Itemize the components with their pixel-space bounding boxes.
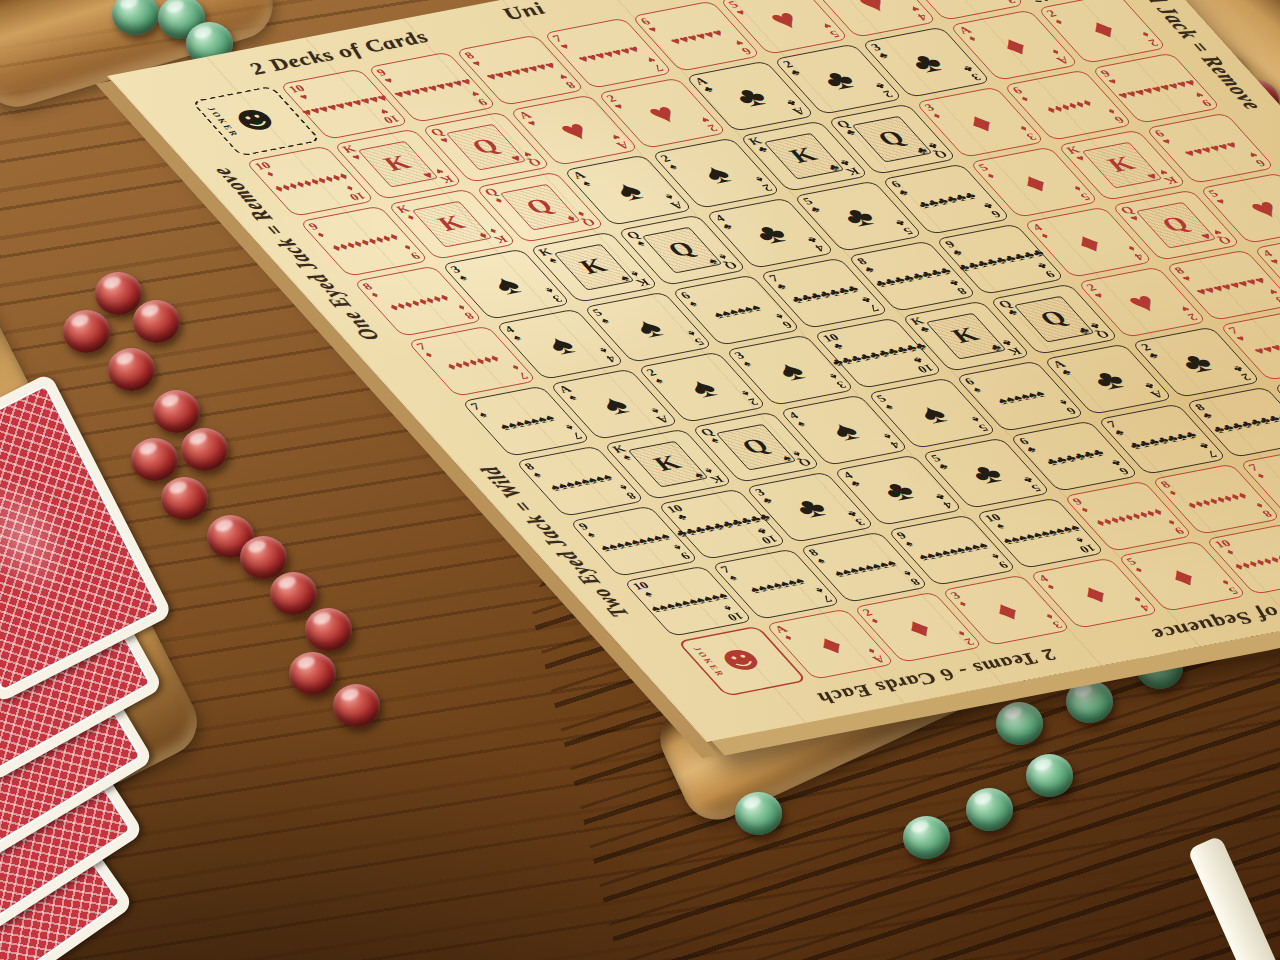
heart-pip: ♥: [523, 110, 626, 152]
red-chip[interactable]: [161, 477, 208, 520]
green-chip[interactable]: [735, 792, 782, 835]
green-chip[interactable]: [903, 816, 950, 859]
card-grid: JOKER ☻ 10♥♥♥♥♥♥♥♥♥♥♥10♥ 9♥♥♥♥♥♥♥♥♥♥9♥ 8…: [185, 0, 1280, 700]
club-pip: ♣: [759, 487, 862, 529]
jester-icon: ☻: [692, 640, 792, 680]
red-chip[interactable]: [333, 684, 380, 727]
green-chip[interactable]: [1066, 680, 1113, 723]
club-pip: ♣: [699, 76, 802, 118]
spade-pip: ♠: [455, 264, 558, 306]
diamond-pip: ♦: [983, 162, 1086, 204]
red-chip[interactable]: [108, 348, 155, 391]
diamond-pip: ♦: [1051, 8, 1154, 50]
red-chip[interactable]: [305, 608, 352, 651]
diamond-pip: ♦: [779, 624, 882, 666]
spade-pip: ♠: [563, 384, 666, 426]
green-chip[interactable]: [996, 702, 1043, 745]
jester-icon: ☻: [206, 100, 306, 140]
club-pip: ♣: [1057, 359, 1160, 401]
diamond-pip: ♦: [1037, 222, 1140, 264]
spade-pip: ♠: [577, 170, 680, 212]
heart-pip: ♥: [611, 93, 714, 135]
diamond-pip: ♦: [867, 607, 970, 649]
club-pip: ♣: [807, 196, 910, 238]
club-pip: ♣: [847, 470, 950, 512]
spade-pip: ♠: [597, 307, 700, 349]
diamond-pip: ♦: [1043, 573, 1146, 615]
heart-pip: ♥: [1091, 282, 1194, 324]
red-chip[interactable]: [131, 438, 178, 481]
heart-pip: ♥: [821, 0, 924, 24]
diamond-pip: ♦: [1131, 556, 1234, 598]
spade-pip: ♠: [793, 410, 896, 452]
club-pip: ♣: [719, 213, 822, 255]
red-chip[interactable]: [133, 300, 180, 343]
red-chip[interactable]: [181, 428, 228, 471]
red-chip[interactable]: [153, 390, 200, 433]
green-chip[interactable]: [1026, 754, 1073, 797]
club-pip: ♣: [1145, 342, 1248, 384]
spade-pip: ♠: [881, 393, 984, 435]
green-chip[interactable]: [966, 788, 1013, 831]
club-pip: ♣: [875, 42, 978, 84]
club-pip: ♣: [935, 453, 1038, 495]
spade-pip: ♠: [509, 324, 612, 366]
diamond-pip: ♦: [963, 25, 1066, 67]
diamond-pip: ♦: [929, 102, 1032, 144]
sequence-board: 2 Decks of Cards Uni One Eyed Jack = Rem…: [107, 0, 1280, 742]
spade-pip: ♠: [651, 367, 754, 409]
red-chip[interactable]: [63, 310, 110, 353]
red-chip[interactable]: [289, 652, 336, 695]
diamond-pip: ♦: [955, 590, 1058, 632]
club-pip: ♣: [787, 59, 890, 101]
spade-pip: ♠: [739, 350, 842, 392]
red-chip[interactable]: [270, 572, 317, 615]
heart-pip: ♥: [733, 0, 836, 41]
red-chip[interactable]: [240, 536, 287, 579]
red-chip[interactable]: [95, 272, 142, 315]
spade-pip: ♠: [665, 153, 768, 195]
